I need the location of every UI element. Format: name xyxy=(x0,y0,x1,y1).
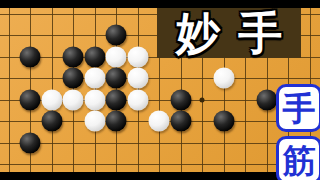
black-stone xyxy=(106,68,127,89)
grid-line-vertical xyxy=(9,8,10,172)
black-stone xyxy=(170,89,191,110)
white-stone xyxy=(149,111,170,132)
black-stone xyxy=(20,132,41,153)
black-stone xyxy=(170,111,191,132)
white-stone xyxy=(84,111,105,132)
video-frame: 妙 手 手 筋 xyxy=(0,0,320,180)
grid-line-horizontal xyxy=(0,143,320,144)
title-char-myo: 妙 xyxy=(176,8,220,58)
white-stone xyxy=(213,68,234,89)
title-overlay: 妙 手 xyxy=(157,8,301,58)
side-label-te: 手 xyxy=(276,84,320,132)
black-stone xyxy=(84,46,105,67)
white-stone xyxy=(106,46,127,67)
bottom-letterbox-bar xyxy=(0,172,320,180)
grid-line-horizontal xyxy=(0,164,320,165)
grid-line-horizontal xyxy=(0,78,320,79)
black-stone xyxy=(106,89,127,110)
black-stone xyxy=(20,89,41,110)
black-stone xyxy=(63,68,84,89)
white-stone xyxy=(63,89,84,110)
white-stone xyxy=(127,46,148,67)
white-stone xyxy=(127,68,148,89)
black-stone xyxy=(106,25,127,46)
black-stone xyxy=(256,89,277,110)
side-label-suji: 筋 xyxy=(276,136,320,180)
white-stone xyxy=(84,68,105,89)
black-stone xyxy=(20,46,41,67)
side-label-suji-text: 筋 xyxy=(283,144,316,177)
side-label-te-text: 手 xyxy=(283,92,316,125)
black-stone xyxy=(106,111,127,132)
star-point xyxy=(200,97,205,102)
white-stone xyxy=(127,89,148,110)
black-stone xyxy=(63,46,84,67)
title-char-shu: 手 xyxy=(238,8,282,58)
white-stone xyxy=(41,89,62,110)
top-letterbox-bar xyxy=(0,0,320,8)
black-stone xyxy=(41,111,62,132)
white-stone xyxy=(84,89,105,110)
black-stone xyxy=(213,111,234,132)
